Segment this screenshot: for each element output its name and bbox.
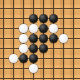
screenshot-stage bbox=[0, 0, 80, 80]
black-stone[interactable] bbox=[29, 44, 39, 54]
black-stone[interactable] bbox=[39, 44, 49, 54]
black-stone[interactable] bbox=[39, 14, 49, 24]
black-stone[interactable] bbox=[49, 34, 59, 44]
go-board[interactable] bbox=[0, 0, 80, 80]
black-stone[interactable] bbox=[29, 34, 39, 44]
black-stone[interactable] bbox=[29, 14, 39, 24]
white-stone[interactable] bbox=[29, 64, 39, 74]
white-stone[interactable] bbox=[19, 24, 29, 34]
black-stone[interactable] bbox=[19, 54, 29, 64]
white-stone[interactable] bbox=[9, 54, 19, 64]
black-stone[interactable] bbox=[39, 34, 49, 44]
black-stone[interactable] bbox=[49, 14, 59, 24]
black-stone[interactable] bbox=[39, 24, 49, 34]
white-stone[interactable] bbox=[49, 24, 59, 34]
white-stone[interactable] bbox=[19, 34, 29, 44]
white-stone[interactable] bbox=[29, 24, 39, 34]
black-stone[interactable] bbox=[29, 54, 39, 64]
white-stone[interactable] bbox=[59, 34, 69, 44]
white-stone[interactable] bbox=[19, 44, 29, 54]
